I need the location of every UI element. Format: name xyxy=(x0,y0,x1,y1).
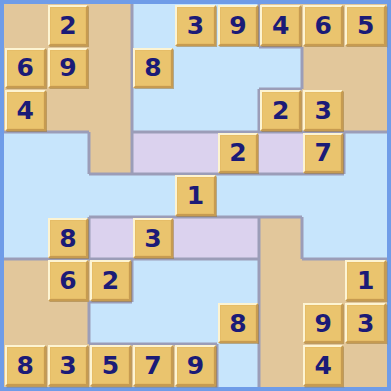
cell-r5c4[interactable] xyxy=(174,217,217,260)
cell-r7c0[interactable] xyxy=(4,302,47,345)
cell-r2c7[interactable]: 3 xyxy=(302,89,345,132)
cell-r3c1[interactable] xyxy=(47,132,90,175)
cell-r6c2[interactable]: 2 xyxy=(89,259,132,302)
cell-r7c2[interactable] xyxy=(89,302,132,345)
cell-r3c6[interactable] xyxy=(259,132,302,175)
cell-r4c3[interactable] xyxy=(132,174,175,217)
cell-r4c2[interactable] xyxy=(89,174,132,217)
cell-r5c6[interactable] xyxy=(259,217,302,260)
number-tile-2[interactable]: 2 xyxy=(218,133,259,174)
number-tile-3[interactable]: 3 xyxy=(48,345,89,386)
cell-r0c4[interactable]: 3 xyxy=(174,4,217,47)
cell-r6c6[interactable] xyxy=(259,259,302,302)
number-tile-2[interactable]: 2 xyxy=(90,260,131,301)
cell-r8c1[interactable]: 3 xyxy=(47,344,90,387)
cell-r6c7[interactable] xyxy=(302,259,345,302)
number-tile-8[interactable]: 8 xyxy=(133,48,174,89)
number-tile-3[interactable]: 3 xyxy=(175,5,216,46)
number-tile-4[interactable]: 4 xyxy=(260,5,301,46)
cell-r7c1[interactable] xyxy=(47,302,90,345)
number-tile-7[interactable]: 7 xyxy=(133,345,174,386)
cell-r0c3[interactable] xyxy=(132,4,175,47)
cell-r6c3[interactable] xyxy=(132,259,175,302)
cell-r2c5[interactable] xyxy=(217,89,260,132)
cell-r1c7[interactable] xyxy=(302,47,345,90)
cell-r3c2[interactable] xyxy=(89,132,132,175)
number-tile-3[interactable]: 3 xyxy=(133,218,174,259)
cell-r5c2[interactable] xyxy=(89,217,132,260)
cell-r1c6[interactable] xyxy=(259,47,302,90)
cell-r2c3[interactable] xyxy=(132,89,175,132)
number-tile-9[interactable]: 9 xyxy=(175,345,216,386)
cell-r7c8[interactable]: 3 xyxy=(344,302,387,345)
cell-r2c1[interactable] xyxy=(47,89,90,132)
number-tile-8[interactable]: 8 xyxy=(5,345,46,386)
number-tile-9[interactable]: 9 xyxy=(303,303,344,344)
cell-r7c3[interactable] xyxy=(132,302,175,345)
cell-r0c7[interactable]: 6 xyxy=(302,4,345,47)
cell-r6c8[interactable]: 1 xyxy=(344,259,387,302)
cell-r8c0[interactable]: 8 xyxy=(4,344,47,387)
cell-r3c3[interactable] xyxy=(132,132,175,175)
number-tile-2[interactable]: 2 xyxy=(48,5,89,46)
cell-r2c6[interactable]: 2 xyxy=(259,89,302,132)
cell-r8c7[interactable]: 4 xyxy=(302,344,345,387)
cell-r1c8[interactable] xyxy=(344,47,387,90)
cell-r4c5[interactable] xyxy=(217,174,260,217)
number-tile-5[interactable]: 5 xyxy=(90,345,131,386)
cell-r5c8[interactable] xyxy=(344,217,387,260)
cell-r7c5[interactable]: 8 xyxy=(217,302,260,345)
sudoku-board: 23946569842327183621893835794 xyxy=(0,0,391,391)
cell-r5c1[interactable]: 8 xyxy=(47,217,90,260)
cell-r0c0[interactable] xyxy=(4,4,47,47)
cell-r4c8[interactable] xyxy=(344,174,387,217)
number-tile-4[interactable]: 4 xyxy=(303,345,344,386)
number-tile-1[interactable]: 1 xyxy=(345,260,386,301)
number-tile-9[interactable]: 9 xyxy=(48,48,89,89)
cell-r5c5[interactable] xyxy=(217,217,260,260)
cell-r8c2[interactable]: 5 xyxy=(89,344,132,387)
cell-r8c6[interactable] xyxy=(259,344,302,387)
cell-r0c2[interactable] xyxy=(89,4,132,47)
cell-r0c5[interactable]: 9 xyxy=(217,4,260,47)
cell-r0c1[interactable]: 2 xyxy=(47,4,90,47)
cell-r1c3[interactable]: 8 xyxy=(132,47,175,90)
cell-r1c0[interactable]: 6 xyxy=(4,47,47,90)
cell-r0c6[interactable]: 4 xyxy=(259,4,302,47)
number-tile-7[interactable]: 7 xyxy=(303,133,344,174)
cell-r8c5[interactable] xyxy=(217,344,260,387)
cell-r3c5[interactable]: 2 xyxy=(217,132,260,175)
cell-r5c3[interactable]: 3 xyxy=(132,217,175,260)
cell-r8c4[interactable]: 9 xyxy=(174,344,217,387)
cell-r8c3[interactable]: 7 xyxy=(132,344,175,387)
cell-r5c7[interactable] xyxy=(302,217,345,260)
cell-r6c4[interactable] xyxy=(174,259,217,302)
cell-r3c8[interactable] xyxy=(344,132,387,175)
cell-r4c7[interactable] xyxy=(302,174,345,217)
cell-r7c6[interactable] xyxy=(259,302,302,345)
cell-r1c4[interactable] xyxy=(174,47,217,90)
cell-r8c8[interactable] xyxy=(344,344,387,387)
cell-r7c4[interactable] xyxy=(174,302,217,345)
number-tile-3[interactable]: 3 xyxy=(345,303,386,344)
cell-r1c2[interactable] xyxy=(89,47,132,90)
cell-r2c8[interactable] xyxy=(344,89,387,132)
number-tile-4[interactable]: 4 xyxy=(5,90,46,131)
number-tile-3[interactable]: 3 xyxy=(303,90,344,131)
cell-r4c0[interactable] xyxy=(4,174,47,217)
cell-r0c8[interactable]: 5 xyxy=(344,4,387,47)
number-tile-6[interactable]: 6 xyxy=(303,5,344,46)
cell-r6c0[interactable] xyxy=(4,259,47,302)
number-tile-8[interactable]: 8 xyxy=(48,218,89,259)
cell-r6c5[interactable] xyxy=(217,259,260,302)
number-tile-1[interactable]: 1 xyxy=(175,175,216,216)
cell-r2c2[interactable] xyxy=(89,89,132,132)
cell-r5c0[interactable] xyxy=(4,217,47,260)
cell-r7c7[interactable]: 9 xyxy=(302,302,345,345)
number-tile-8[interactable]: 8 xyxy=(218,303,259,344)
cell-r3c4[interactable] xyxy=(174,132,217,175)
cell-r1c1[interactable]: 9 xyxy=(47,47,90,90)
number-tile-5[interactable]: 5 xyxy=(345,5,386,46)
number-tile-6[interactable]: 6 xyxy=(48,260,89,301)
number-tile-9[interactable]: 9 xyxy=(218,5,259,46)
cell-r6c1[interactable]: 6 xyxy=(47,259,90,302)
cell-r2c0[interactable]: 4 xyxy=(4,89,47,132)
cell-r3c7[interactable]: 7 xyxy=(302,132,345,175)
cell-r2c4[interactable] xyxy=(174,89,217,132)
cell-r4c6[interactable] xyxy=(259,174,302,217)
number-tile-6[interactable]: 6 xyxy=(5,48,46,89)
cell-r4c4[interactable]: 1 xyxy=(174,174,217,217)
cell-r4c1[interactable] xyxy=(47,174,90,217)
cell-r3c0[interactable] xyxy=(4,132,47,175)
cell-r1c5[interactable] xyxy=(217,47,260,90)
number-tile-2[interactable]: 2 xyxy=(260,90,301,131)
